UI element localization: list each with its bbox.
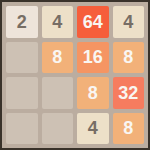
tile-4: 4 [42,6,74,38]
tile-4: 4 [77,113,109,145]
tile-8: 8 [77,77,109,109]
2048-board[interactable]: 24644816883248 [2,2,148,148]
tile-64: 64 [77,6,109,38]
empty-cell [42,77,74,109]
screenshot-frame: 24644816883248 [0,0,150,150]
empty-cell [6,42,38,74]
tile-2: 2 [6,6,38,38]
empty-cell [6,113,38,145]
tile-4: 4 [113,6,145,38]
tile-16: 16 [77,42,109,74]
empty-cell [6,77,38,109]
tile-8: 8 [113,113,145,145]
tile-8: 8 [42,42,74,74]
empty-cell [42,113,74,145]
tile-8: 8 [113,42,145,74]
tile-32: 32 [113,77,145,109]
